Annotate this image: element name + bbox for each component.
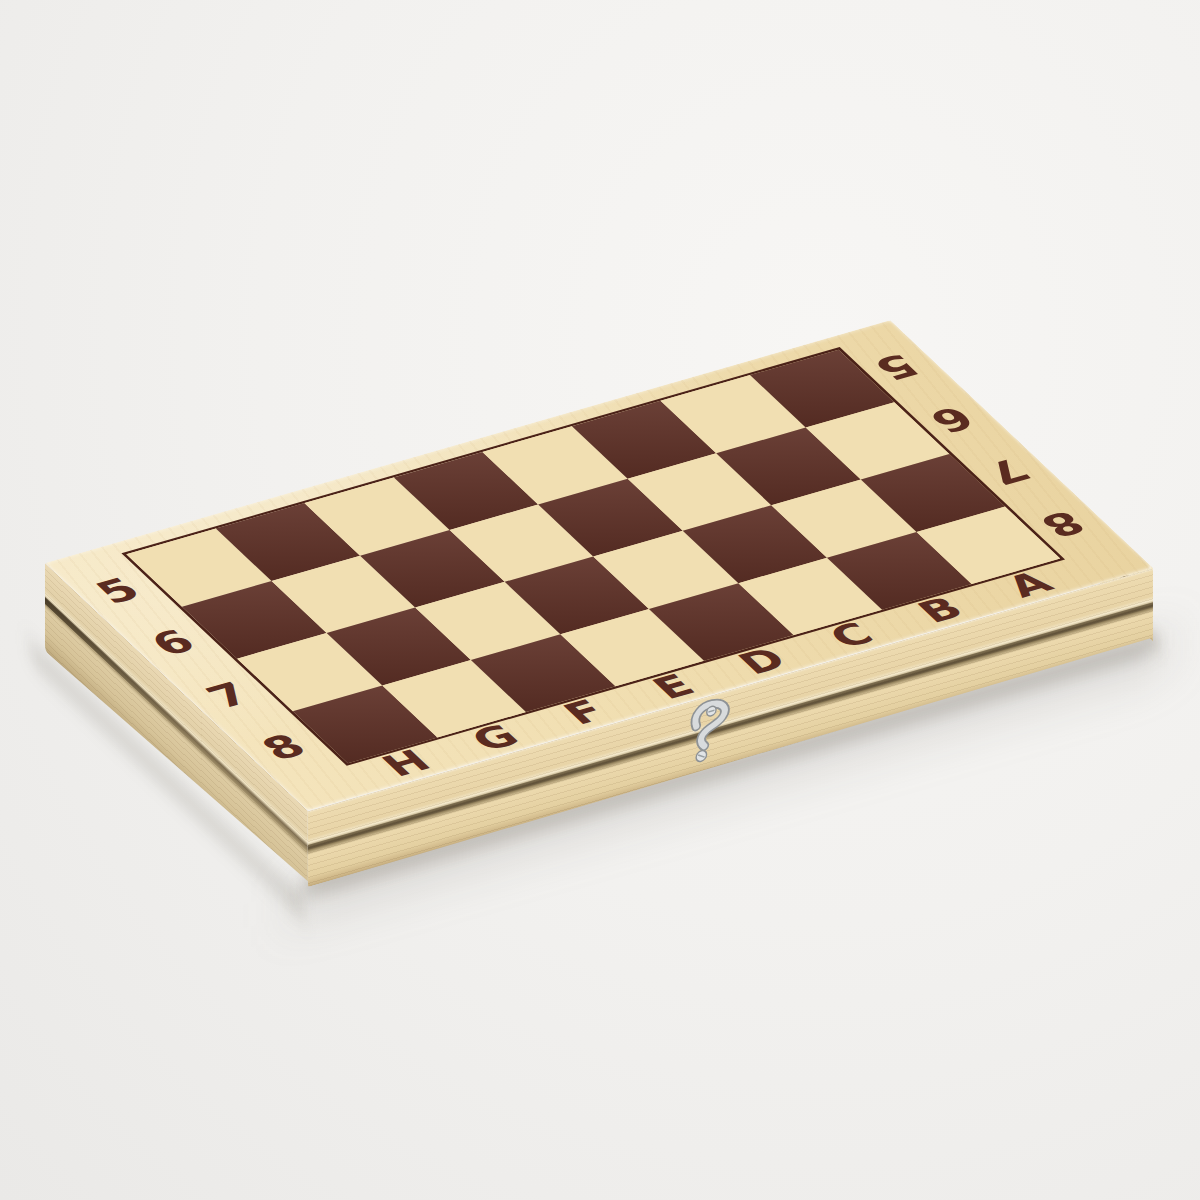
product-photo-scene: 5678 5678 HGFEDCBA <box>0 0 1200 1200</box>
clasp-latch <box>684 693 730 776</box>
hook-icon <box>684 693 730 776</box>
